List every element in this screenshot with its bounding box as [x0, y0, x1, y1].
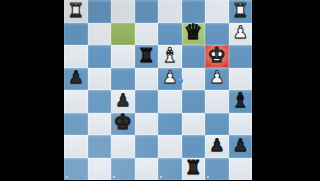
square-e4[interactable]: [135, 68, 159, 91]
square-h1[interactable]: ♜: [64, 0, 88, 23]
square-c3[interactable]: [182, 45, 206, 68]
square-e8[interactable]: [135, 158, 159, 181]
square-h7[interactable]: [64, 135, 88, 158]
square-b8[interactable]: [205, 158, 229, 181]
square-d3[interactable]: ♝: [158, 45, 182, 68]
piece-black-king[interactable]: ♚: [113, 112, 132, 133]
square-h4[interactable]: ♟: [64, 68, 88, 91]
square-d7[interactable]: [158, 135, 182, 158]
square-b1[interactable]: [205, 0, 229, 23]
square-g1[interactable]: [88, 0, 112, 23]
square-e1[interactable]: [135, 0, 159, 23]
piece-white-king[interactable]: ♚: [207, 45, 226, 66]
square-a1[interactable]: ♜: [229, 0, 253, 23]
square-h2[interactable]: [64, 23, 88, 46]
piece-white-pawn[interactable]: ♟: [209, 69, 224, 86]
letterbox-right: [252, 0, 320, 180]
square-a4[interactable]: [229, 68, 253, 91]
square-b3[interactable]: ♚: [205, 45, 229, 68]
square-a5[interactable]: ♝: [229, 90, 253, 113]
piece-white-bishop[interactable]: ♝: [161, 45, 179, 65]
square-c2[interactable]: ♛: [182, 23, 206, 46]
square-g8[interactable]: [88, 158, 112, 181]
piece-white-rook[interactable]: ♜: [232, 1, 249, 20]
square-c7[interactable]: [182, 135, 206, 158]
square-f1[interactable]: [111, 0, 135, 23]
piece-white-rook[interactable]: ♜: [67, 1, 84, 20]
square-b4[interactable]: ♟: [205, 68, 229, 91]
square-g3[interactable]: [88, 45, 112, 68]
square-g2[interactable]: [88, 23, 112, 46]
square-h3[interactable]: [64, 45, 88, 68]
square-a3[interactable]: [229, 45, 253, 68]
piece-black-pawn[interactable]: ♟: [209, 137, 224, 154]
square-d6[interactable]: [158, 113, 182, 136]
square-h8[interactable]: [64, 158, 88, 181]
blue-dot-marker: [178, 78, 183, 83]
square-c6[interactable]: [182, 113, 206, 136]
square-b6[interactable]: [205, 113, 229, 136]
piece-white-pawn[interactable]: ♟: [162, 69, 177, 86]
square-d5[interactable]: [158, 90, 182, 113]
square-e3[interactable]: ♜: [135, 45, 159, 68]
square-c4[interactable]: [182, 68, 206, 91]
piece-black-pawn[interactable]: ♟: [233, 137, 248, 154]
square-h5[interactable]: [64, 90, 88, 113]
piece-black-queen[interactable]: ♛: [184, 22, 203, 43]
piece-black-bishop[interactable]: ♝: [231, 90, 249, 110]
square-e6[interactable]: [135, 113, 159, 136]
square-d2[interactable]: [158, 23, 182, 46]
square-f8[interactable]: [111, 158, 135, 181]
video-frame: ♜♜♛♟♜♝♚♟♟♟♟♝♚♟♟♜: [0, 0, 320, 180]
square-f4[interactable]: [111, 68, 135, 91]
piece-black-pawn[interactable]: ♟: [68, 69, 83, 86]
piece-white-pawn[interactable]: ♟: [233, 24, 248, 41]
piece-black-pawn[interactable]: ♟: [115, 92, 130, 109]
square-g4[interactable]: [88, 68, 112, 91]
square-e5[interactable]: [135, 90, 159, 113]
piece-black-rook[interactable]: ♜: [138, 46, 155, 65]
square-e7[interactable]: [135, 135, 159, 158]
square-f7[interactable]: [111, 135, 135, 158]
square-g5[interactable]: [88, 90, 112, 113]
square-b2[interactable]: [205, 23, 229, 46]
square-a6[interactable]: [229, 113, 253, 136]
chess-board[interactable]: ♜♜♛♟♜♝♚♟♟♟♟♝♚♟♟♜: [64, 0, 252, 180]
square-h6[interactable]: [64, 113, 88, 136]
square-a2[interactable]: ♟: [229, 23, 253, 46]
square-c8[interactable]: ♜: [182, 158, 206, 181]
square-f3[interactable]: [111, 45, 135, 68]
square-c1[interactable]: [182, 0, 206, 23]
square-f5[interactable]: ♟: [111, 90, 135, 113]
square-b7[interactable]: ♟: [205, 135, 229, 158]
letterbox-left: [0, 0, 64, 180]
square-f2[interactable]: [111, 23, 135, 46]
square-d8[interactable]: [158, 158, 182, 181]
square-f6[interactable]: ♚: [111, 113, 135, 136]
square-d1[interactable]: [158, 0, 182, 23]
square-a7[interactable]: ♟: [229, 135, 253, 158]
square-b5[interactable]: [205, 90, 229, 113]
square-c5[interactable]: [182, 90, 206, 113]
square-g7[interactable]: [88, 135, 112, 158]
piece-black-rook[interactable]: ♜: [185, 158, 202, 177]
square-e2[interactable]: [135, 23, 159, 46]
square-g6[interactable]: [88, 113, 112, 136]
square-a8[interactable]: [229, 158, 253, 181]
